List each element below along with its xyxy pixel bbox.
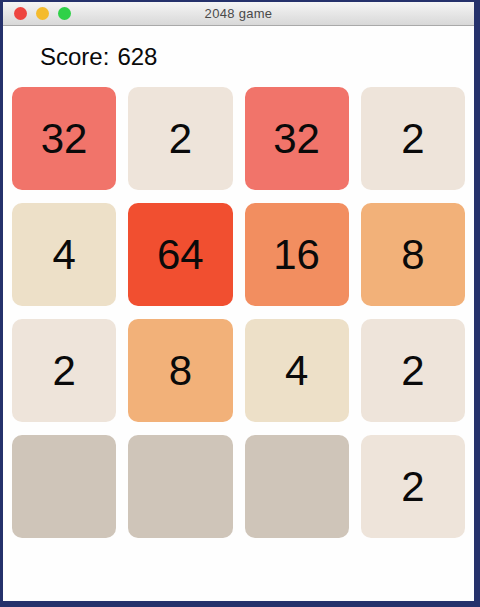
tile-2: 2	[12, 319, 116, 422]
empty-cell	[128, 435, 232, 538]
window-title: 2048 game	[3, 6, 474, 21]
tile-2: 2	[361, 87, 465, 190]
tile-32: 32	[245, 87, 349, 190]
tile-32: 32	[12, 87, 116, 190]
traffic-lights	[14, 2, 71, 25]
game-board[interactable]: 32232246416828422	[3, 87, 474, 538]
minimize-button[interactable]	[36, 7, 49, 20]
empty-cell	[245, 435, 349, 538]
zoom-button[interactable]	[58, 7, 71, 20]
tile-4: 4	[245, 319, 349, 422]
tile-2: 2	[128, 87, 232, 190]
titlebar[interactable]: 2048 game	[3, 2, 474, 26]
tile-16: 16	[245, 203, 349, 306]
score-value: 628	[117, 43, 157, 71]
close-button[interactable]	[14, 7, 27, 20]
empty-cell	[12, 435, 116, 538]
window-content: Score: 628 32232246416828422	[3, 26, 474, 601]
tile-2: 2	[361, 435, 465, 538]
tile-2: 2	[361, 319, 465, 422]
score-label: Score:	[40, 43, 109, 71]
app-window: 2048 game Score: 628 32232246416828422	[3, 2, 474, 601]
tile-8: 8	[128, 319, 232, 422]
tile-64: 64	[128, 203, 232, 306]
tile-8: 8	[361, 203, 465, 306]
score-display: Score: 628	[3, 26, 474, 87]
tile-4: 4	[12, 203, 116, 306]
